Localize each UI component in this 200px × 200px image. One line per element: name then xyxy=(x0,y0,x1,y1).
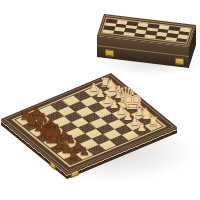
brass-hinge xyxy=(175,57,184,65)
product-photo-scene: ♜♞♝♛♚♝♞♜♟♟♟♟♟♟♟♟♟♟♟♟♟♟♟♟♜♞♝♛♚♝♞♜ xyxy=(0,0,200,200)
brass-clasp xyxy=(105,49,114,57)
case-square xyxy=(176,38,188,43)
chess-board xyxy=(1,73,177,173)
